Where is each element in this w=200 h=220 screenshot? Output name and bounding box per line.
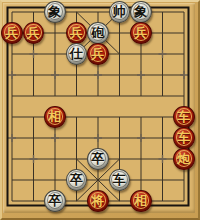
intersection-8-8[interactable] bbox=[173, 169, 195, 190]
piece-character: 相 bbox=[134, 190, 147, 210]
intersection-7-0[interactable] bbox=[152, 1, 174, 22]
intersection-0-1[interactable]: 兵 bbox=[1, 22, 23, 43]
piece-character: 炮 bbox=[177, 148, 190, 168]
piece-character: 车 bbox=[113, 169, 126, 189]
intersection-0-8[interactable] bbox=[1, 169, 23, 190]
intersection-2-6[interactable] bbox=[44, 127, 66, 148]
intersection-0-4[interactable] bbox=[1, 85, 23, 106]
piece-red-elephant[interactable]: 相 bbox=[130, 190, 152, 212]
piece-character: 兵 bbox=[91, 43, 104, 63]
intersection-3-1[interactable]: 兵 bbox=[66, 22, 88, 43]
intersection-6-8[interactable] bbox=[130, 169, 152, 190]
intersection-8-4[interactable] bbox=[173, 85, 195, 106]
intersection-4-6[interactable] bbox=[87, 127, 109, 148]
intersection-4-7[interactable]: 卒 bbox=[87, 148, 109, 169]
intersection-2-5[interactable]: 相 bbox=[44, 106, 66, 127]
intersection-6-3[interactable] bbox=[130, 64, 152, 85]
intersection-3-2[interactable]: 仕 bbox=[66, 43, 88, 64]
piece-red-cannon[interactable]: 炮 bbox=[173, 148, 195, 170]
intersection-5-2[interactable] bbox=[109, 43, 131, 64]
intersection-1-2[interactable] bbox=[23, 43, 45, 64]
piece-red-elephant[interactable]: 相 bbox=[44, 106, 66, 128]
intersection-5-4[interactable] bbox=[109, 85, 131, 106]
piece-red-chariot[interactable]: 车 bbox=[173, 127, 195, 149]
intersection-4-3[interactable] bbox=[87, 64, 109, 85]
intersection-1-6[interactable] bbox=[23, 127, 45, 148]
intersection-6-4[interactable] bbox=[130, 85, 152, 106]
intersection-3-6[interactable] bbox=[66, 127, 88, 148]
piece-character: 兵 bbox=[70, 22, 83, 42]
intersection-6-1[interactable]: 兵 bbox=[130, 22, 152, 43]
intersection-0-2[interactable] bbox=[1, 43, 23, 64]
piece-red-soldier[interactable]: 兵 bbox=[23, 22, 45, 44]
intersection-3-8[interactable]: 卒 bbox=[66, 169, 88, 190]
intersection-2-1[interactable] bbox=[44, 22, 66, 43]
piece-red-soldier[interactable]: 兵 bbox=[1, 22, 23, 44]
piece-character: 砲 bbox=[91, 22, 104, 42]
intersection-3-3[interactable] bbox=[66, 64, 88, 85]
intersection-8-3[interactable] bbox=[173, 64, 195, 85]
piece-white-elephant[interactable]: 象 bbox=[130, 1, 152, 23]
intersection-7-6[interactable] bbox=[152, 127, 174, 148]
piece-white-chariot[interactable]: 车 bbox=[109, 169, 131, 191]
piece-white-soldier[interactable]: 卒 bbox=[44, 190, 66, 212]
intersection-4-4[interactable] bbox=[87, 85, 109, 106]
intersection-7-4[interactable] bbox=[152, 85, 174, 106]
intersection-1-3[interactable] bbox=[23, 64, 45, 85]
intersection-4-2[interactable]: 兵 bbox=[87, 43, 109, 64]
piece-character: 将 bbox=[91, 190, 104, 210]
intersection-5-0[interactable]: 帅 bbox=[109, 1, 131, 22]
intersection-0-3[interactable] bbox=[1, 64, 23, 85]
intersection-7-9[interactable] bbox=[152, 190, 174, 211]
intersection-8-5[interactable]: 车 bbox=[173, 106, 195, 127]
intersection-5-5[interactable] bbox=[109, 106, 131, 127]
piece-white-general[interactable]: 帅 bbox=[109, 1, 131, 23]
intersection-1-9[interactable] bbox=[23, 190, 45, 211]
piece-character: 仕 bbox=[70, 43, 83, 63]
piece-character: 车 bbox=[177, 127, 190, 147]
intersection-1-1[interactable]: 兵 bbox=[23, 22, 45, 43]
piece-red-soldier[interactable]: 兵 bbox=[66, 22, 88, 44]
intersection-1-5[interactable] bbox=[23, 106, 45, 127]
intersection-6-5[interactable] bbox=[130, 106, 152, 127]
intersection-8-7[interactable]: 炮 bbox=[173, 148, 195, 169]
piece-character: 象 bbox=[48, 1, 61, 21]
intersection-6-0[interactable]: 象 bbox=[130, 1, 152, 22]
piece-red-soldier[interactable]: 兵 bbox=[87, 43, 109, 65]
intersection-4-5[interactable] bbox=[87, 106, 109, 127]
intersection-7-7[interactable] bbox=[152, 148, 174, 169]
piece-white-soldier[interactable]: 卒 bbox=[87, 148, 109, 170]
intersection-4-8[interactable] bbox=[87, 169, 109, 190]
piece-character: 相 bbox=[48, 106, 61, 126]
intersection-7-3[interactable] bbox=[152, 64, 174, 85]
intersection-5-7[interactable] bbox=[109, 148, 131, 169]
intersection-4-0[interactable] bbox=[87, 1, 109, 22]
intersection-0-6[interactable] bbox=[1, 127, 23, 148]
intersection-1-4[interactable] bbox=[23, 85, 45, 106]
intersection-4-1[interactable]: 砲 bbox=[87, 22, 109, 43]
intersection-3-5[interactable] bbox=[66, 106, 88, 127]
intersection-1-8[interactable] bbox=[23, 169, 45, 190]
intersection-8-9[interactable] bbox=[173, 190, 195, 211]
xiangqi-app: { "game": "xiangqi", "board": { "files":… bbox=[0, 0, 200, 220]
piece-character: 兵 bbox=[5, 22, 18, 42]
piece-character: 卒 bbox=[70, 169, 83, 189]
piece-character: 兵 bbox=[27, 22, 40, 42]
piece-character: 车 bbox=[177, 106, 190, 126]
intersection-2-4[interactable] bbox=[44, 85, 66, 106]
piece-white-soldier[interactable]: 卒 bbox=[66, 169, 88, 191]
intersection-3-0[interactable] bbox=[66, 1, 88, 22]
piece-red-soldier[interactable]: 兵 bbox=[130, 22, 152, 44]
piece-red-chariot[interactable]: 车 bbox=[173, 106, 195, 128]
piece-character: 卒 bbox=[91, 148, 104, 168]
piece-character: 帅 bbox=[113, 1, 126, 21]
intersection-6-6[interactable] bbox=[130, 127, 152, 148]
intersection-5-6[interactable] bbox=[109, 127, 131, 148]
intersection-7-5[interactable] bbox=[152, 106, 174, 127]
intersection-3-9[interactable] bbox=[66, 190, 88, 211]
intersection-0-9[interactable] bbox=[1, 190, 23, 211]
intersection-6-7[interactable] bbox=[130, 148, 152, 169]
intersection-8-6[interactable]: 车 bbox=[173, 127, 195, 148]
intersection-0-7[interactable] bbox=[1, 148, 23, 169]
intersection-0-0[interactable] bbox=[1, 1, 23, 22]
piece-red-general[interactable]: 将 bbox=[87, 190, 109, 212]
piece-character: 象 bbox=[134, 1, 147, 21]
xiangqi-board: 象帅象兵兵兵砲兵仕兵相车车卒炮卒车卒将相 bbox=[1, 1, 195, 211]
intersection-8-1[interactable] bbox=[173, 22, 195, 43]
intersection-5-9[interactable] bbox=[109, 190, 131, 211]
intersection-7-2[interactable] bbox=[152, 43, 174, 64]
intersection-5-3[interactable] bbox=[109, 64, 131, 85]
intersection-1-7[interactable] bbox=[23, 148, 45, 169]
intersection-8-2[interactable] bbox=[173, 43, 195, 64]
intersection-3-7[interactable] bbox=[66, 148, 88, 169]
intersection-6-9[interactable]: 相 bbox=[130, 190, 152, 211]
intersection-6-2[interactable] bbox=[130, 43, 152, 64]
intersection-1-0[interactable] bbox=[23, 1, 45, 22]
intersection-2-8[interactable] bbox=[44, 169, 66, 190]
intersection-5-1[interactable] bbox=[109, 22, 131, 43]
piece-character: 兵 bbox=[134, 22, 147, 42]
intersection-2-3[interactable] bbox=[44, 64, 66, 85]
piece-character: 卒 bbox=[48, 190, 61, 210]
intersection-8-0[interactable] bbox=[173, 1, 195, 22]
intersection-0-5[interactable] bbox=[1, 106, 23, 127]
intersection-2-2[interactable] bbox=[44, 43, 66, 64]
piece-white-cannon[interactable]: 砲 bbox=[87, 22, 109, 44]
piece-white-elephant[interactable]: 象 bbox=[44, 1, 66, 23]
piece-white-advisor[interactable]: 仕 bbox=[66, 43, 88, 65]
intersection-2-7[interactable] bbox=[44, 148, 66, 169]
intersection-2-9[interactable]: 卒 bbox=[44, 190, 66, 211]
intersection-4-9[interactable]: 将 bbox=[87, 190, 109, 211]
intersection-2-0[interactable]: 象 bbox=[44, 1, 66, 22]
intersection-5-8[interactable]: 车 bbox=[109, 169, 131, 190]
intersection-7-8[interactable] bbox=[152, 169, 174, 190]
intersection-3-4[interactable] bbox=[66, 85, 88, 106]
intersection-7-1[interactable] bbox=[152, 22, 174, 43]
